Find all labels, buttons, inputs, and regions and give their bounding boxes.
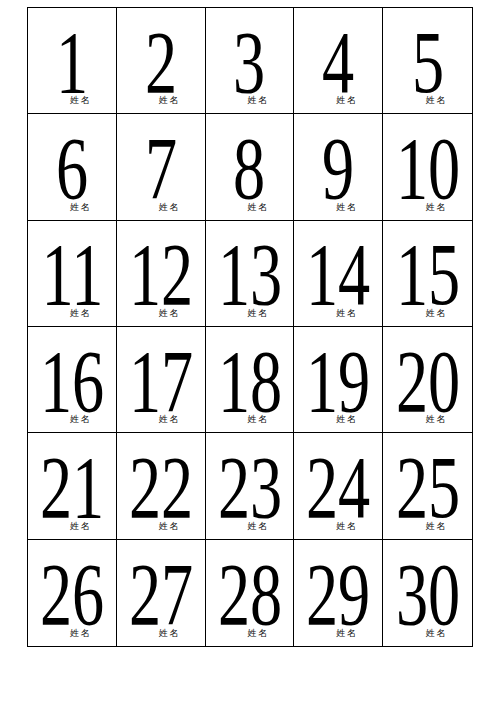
cell-name-label: 姓名 — [158, 413, 180, 426]
cell-name-label: 姓名 — [70, 627, 92, 640]
grid-cell-16: 16 姓名 — [28, 327, 117, 433]
grid-cell-18: 18 姓名 — [206, 327, 295, 433]
grid-cell-21: 21 姓名 — [28, 433, 117, 539]
cell-name-label: 姓名 — [425, 307, 447, 320]
grid-cell-11: 11 姓名 — [28, 221, 117, 327]
grid-cell-17: 17 姓名 — [117, 327, 206, 433]
grid-cell-29: 29 姓名 — [294, 540, 383, 646]
cell-name-label: 姓名 — [158, 94, 180, 107]
cell-number: 27 — [129, 551, 193, 639]
grid-cell-2: 2 姓名 — [117, 8, 206, 114]
cell-number: 30 — [395, 551, 459, 639]
grid-cell-9: 9 姓名 — [294, 114, 383, 220]
cell-name-label: 姓名 — [70, 94, 92, 107]
grid-cell-12: 12 姓名 — [117, 221, 206, 327]
grid-cell-10: 10 姓名 — [383, 114, 472, 220]
cell-name-label: 姓名 — [70, 413, 92, 426]
grid-cell-7: 7 姓名 — [117, 114, 206, 220]
cell-name-label: 姓名 — [425, 413, 447, 426]
cell-number: 26 — [40, 551, 104, 639]
cell-number: 29 — [306, 551, 370, 639]
cell-number: 28 — [217, 551, 281, 639]
grid-cell-26: 26 姓名 — [28, 540, 117, 646]
cell-name-label: 姓名 — [158, 307, 180, 320]
cell-name-label: 姓名 — [425, 201, 447, 214]
cell-name-label: 姓名 — [336, 413, 358, 426]
number-grid: 1 姓名 2 姓名 3 姓名 4 姓名 5 姓名 6 姓名 7 姓名 8 姓名 — [27, 7, 473, 647]
cell-name-label: 姓名 — [336, 627, 358, 640]
cell-name-label: 姓名 — [70, 520, 92, 533]
grid-cell-28: 28 姓名 — [206, 540, 295, 646]
grid-cell-4: 4 姓名 — [294, 8, 383, 114]
cell-name-label: 姓名 — [247, 94, 269, 107]
grid-cell-20: 20 姓名 — [383, 327, 472, 433]
grid-cell-5: 5 姓名 — [383, 8, 472, 114]
cell-name-label: 姓名 — [247, 201, 269, 214]
cell-name-label: 姓名 — [158, 627, 180, 640]
page: 1 姓名 2 姓名 3 姓名 4 姓名 5 姓名 6 姓名 7 姓名 8 姓名 — [0, 0, 496, 702]
cell-name-label: 姓名 — [425, 520, 447, 533]
cell-name-label: 姓名 — [336, 94, 358, 107]
grid-cell-15: 15 姓名 — [383, 221, 472, 327]
grid-cell-19: 19 姓名 — [294, 327, 383, 433]
grid-cell-22: 22 姓名 — [117, 433, 206, 539]
cell-name-label: 姓名 — [247, 627, 269, 640]
cell-name-label: 姓名 — [336, 201, 358, 214]
grid-cell-25: 25 姓名 — [383, 433, 472, 539]
grid-cell-30: 30 姓名 — [383, 540, 472, 646]
grid-cell-3: 3 姓名 — [206, 8, 295, 114]
grid-cell-27: 27 姓名 — [117, 540, 206, 646]
grid-cell-1: 1 姓名 — [28, 8, 117, 114]
cell-name-label: 姓名 — [158, 520, 180, 533]
cell-name-label: 姓名 — [425, 627, 447, 640]
cell-name-label: 姓名 — [247, 520, 269, 533]
grid-cell-6: 6 姓名 — [28, 114, 117, 220]
grid-cell-13: 13 姓名 — [206, 221, 295, 327]
grid-cell-24: 24 姓名 — [294, 433, 383, 539]
grid-cell-8: 8 姓名 — [206, 114, 295, 220]
cell-name-label: 姓名 — [336, 520, 358, 533]
cell-name-label: 姓名 — [247, 413, 269, 426]
cell-name-label: 姓名 — [425, 94, 447, 107]
grid-cell-23: 23 姓名 — [206, 433, 295, 539]
cell-name-label: 姓名 — [70, 201, 92, 214]
cell-name-label: 姓名 — [247, 307, 269, 320]
grid-cell-14: 14 姓名 — [294, 221, 383, 327]
cell-name-label: 姓名 — [158, 201, 180, 214]
cell-name-label: 姓名 — [70, 307, 92, 320]
cell-name-label: 姓名 — [336, 307, 358, 320]
